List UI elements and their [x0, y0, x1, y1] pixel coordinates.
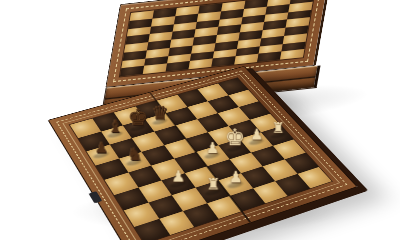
- piece-white-rook: ♜: [199, 165, 226, 192]
- piece-black-queen: ♛: [147, 97, 172, 122]
- piece-white-pawn: ♟: [244, 117, 270, 143]
- board-latch-icon: [88, 191, 102, 204]
- piece-white-king: ♚: [222, 123, 248, 149]
- piece-white-pawn: ♟: [200, 130, 226, 156]
- piece-black-pawn: ♟: [89, 129, 115, 155]
- open-board-scene: ♝♚♛♟♞♟♚♟♜♟♜♟: [18, 50, 388, 240]
- chess-set-product-photo: ♝♚♛♟♞♟♚♟♜♟♜♟: [0, 0, 400, 240]
- piece-black-knight: ♞: [121, 136, 147, 162]
- open-chess-board: ♝♚♛♟♞♟♚♟♜♟♜♟: [48, 66, 358, 240]
- piece-white-pawn: ♟: [165, 158, 192, 185]
- piece-black-king: ♚: [125, 104, 150, 129]
